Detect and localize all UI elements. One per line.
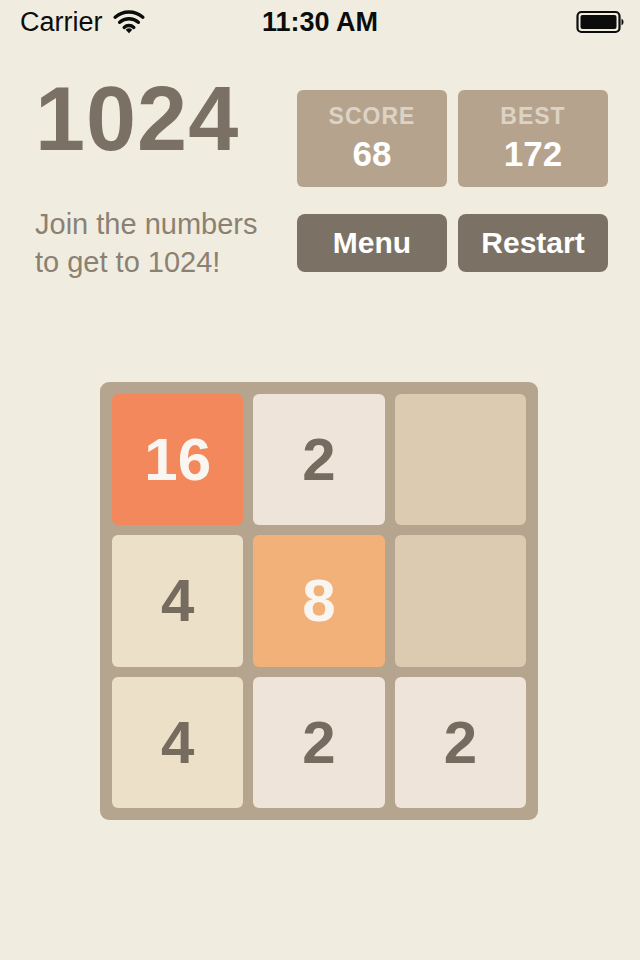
clock-label: 11:30 AM	[262, 7, 378, 38]
app-screen: Carrier 11:30 AM 1024 Join the numbers t…	[0, 0, 640, 960]
score-box: SCORE 68	[297, 90, 447, 187]
best-label: BEST	[500, 103, 565, 130]
restart-button[interactable]: Restart	[458, 214, 608, 272]
battery-icon	[576, 10, 626, 34]
tile-16: 16	[112, 394, 243, 525]
score-value: 68	[353, 134, 392, 174]
tile-2: 2	[253, 394, 384, 525]
tile-2: 2	[395, 677, 526, 808]
score-label: SCORE	[329, 103, 416, 130]
tile-4: 4	[112, 677, 243, 808]
status-bar-right	[576, 0, 626, 44]
empty-cell	[395, 535, 526, 666]
tile-8: 8	[253, 535, 384, 666]
tile-2: 2	[253, 677, 384, 808]
empty-cell	[395, 394, 526, 525]
menu-button[interactable]: Menu	[297, 214, 447, 272]
game-board[interactable]: 16248422	[100, 382, 538, 820]
tile-4: 4	[112, 535, 243, 666]
best-box: BEST 172	[458, 90, 608, 187]
page-title: 1024	[35, 72, 239, 167]
subtitle-line-1: Join the numbers	[35, 205, 257, 243]
subtitle: Join the numbers to get to 1024!	[35, 205, 257, 281]
status-bar: Carrier 11:30 AM	[0, 0, 640, 44]
best-value: 172	[504, 134, 562, 174]
status-bar-center: 11:30 AM	[0, 0, 640, 44]
subtitle-line-2: to get to 1024!	[35, 243, 257, 281]
